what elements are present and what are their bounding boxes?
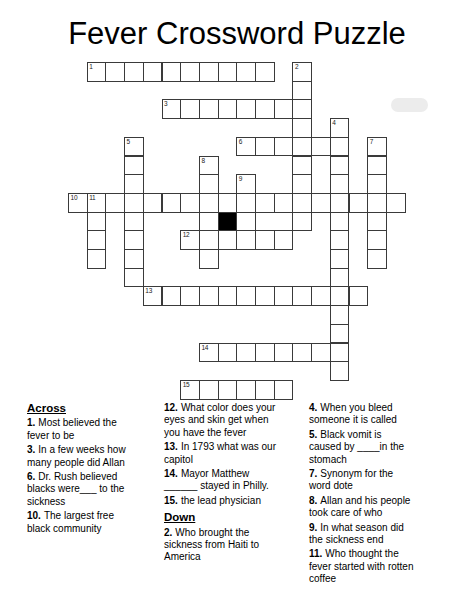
clue-4: 4.When you bleed someone it is called [309, 402, 415, 427]
grid-cell[interactable] [255, 99, 275, 119]
grid-cell[interactable] [311, 343, 331, 363]
clue-11: 11.Who thought the fever started with ro… [309, 548, 415, 585]
grid-cell[interactable] [367, 212, 387, 232]
clue-number: 1 [89, 63, 92, 71]
grid-cell[interactable]: 10 [68, 193, 88, 213]
clue-text: In 1793 what was our capitol [164, 441, 276, 464]
clue-text: Who brought the sickness from Haiti to A… [164, 527, 259, 563]
grid-cell[interactable]: 13 [143, 286, 163, 306]
grid-cell[interactable] [162, 62, 182, 82]
grid-cell[interactable] [236, 99, 256, 119]
grid-cell[interactable] [236, 212, 256, 232]
grid-cell[interactable] [124, 268, 144, 288]
grid-cell[interactable] [330, 249, 350, 269]
grid-cell[interactable] [199, 380, 219, 400]
clue-text: In what season did the sickness end [309, 522, 404, 545]
grid-cell[interactable] [199, 230, 219, 250]
grid-cell[interactable]: 14 [199, 343, 219, 363]
grid-cell[interactable] [218, 62, 238, 82]
grid-cell[interactable] [124, 156, 144, 176]
clue-text: When you bleed someone it is called [309, 402, 397, 425]
grid-cell[interactable]: 8 [199, 156, 219, 176]
grid-cell[interactable] [255, 230, 275, 250]
clue-number-label: 3. [27, 444, 35, 455]
grid-cell[interactable] [367, 174, 387, 194]
grid-cell[interactable] [292, 156, 312, 176]
grid-cell[interactable] [236, 230, 256, 250]
clue-14: 14.Mayor Matthew ______ stayed in Philly… [164, 468, 282, 493]
grid-cell[interactable] [218, 343, 238, 363]
grid-cell[interactable] [255, 193, 275, 213]
black-cell [218, 212, 238, 232]
clue-number-label: 5. [309, 429, 317, 440]
clue-3: 3.In a few weeks how many people did All… [27, 444, 135, 469]
grid-cell[interactable]: 4 [330, 118, 350, 138]
clue-column-middle: 12.What color does your eyes and skin ge… [164, 402, 282, 566]
grid-cell[interactable] [87, 212, 107, 232]
clue-text: What color does your eyes and skin get w… [164, 402, 275, 438]
grid-cell[interactable] [236, 62, 256, 82]
grid-cell[interactable] [180, 62, 200, 82]
clue-number-label: 12. [164, 402, 178, 413]
grid-cell[interactable] [330, 137, 350, 157]
grid-cell[interactable] [274, 99, 294, 119]
clue-12: 12.What color does your eyes and skin ge… [164, 402, 282, 439]
across-clue-list-continued: 12.What color does your eyes and skin ge… [164, 402, 282, 507]
grid-cell[interactable] [274, 380, 294, 400]
grid-cell[interactable] [274, 343, 294, 363]
grid-cell[interactable] [367, 230, 387, 250]
clue-text: Dr. Rush believed blacks were___ to the … [27, 471, 124, 507]
grid-cell[interactable] [292, 137, 312, 157]
grid-cell[interactable]: 9 [236, 174, 256, 194]
across-clue-list: 1.Most believed the fever to be3.In a fe… [27, 417, 135, 535]
grid-cell[interactable] [199, 286, 219, 306]
grid-cell[interactable] [274, 286, 294, 306]
grid-cell[interactable] [255, 343, 275, 363]
grid-cell[interactable] [311, 193, 331, 213]
clue-number-label: 10. [27, 510, 41, 521]
grid-cell[interactable] [105, 62, 125, 82]
clue-number: 3 [164, 100, 167, 108]
grid-cell[interactable] [330, 230, 350, 250]
clue-text: Black vomit is caused by ____in the stom… [309, 429, 404, 465]
grid-cell[interactable] [255, 137, 275, 157]
grid-cell[interactable] [330, 361, 350, 381]
grid-cell[interactable]: 11 [87, 193, 107, 213]
clue-9: 9.In what season did the sickness end [309, 522, 415, 547]
grid-cell[interactable] [274, 193, 294, 213]
page-title: Fever Crossword Puzzle [0, 16, 474, 52]
clue-number-label: 6. [27, 471, 35, 482]
grid-cell[interactable] [105, 193, 125, 213]
down-clue-list-continued: 4.When you bleed someone it is called5.B… [309, 402, 415, 586]
grid-cell[interactable] [330, 343, 350, 363]
clue-number: 9 [239, 175, 242, 183]
grid-cell[interactable] [180, 193, 200, 213]
crossword-grid: 123456789101112131415 [68, 62, 405, 399]
grid-cell[interactable] [124, 249, 144, 269]
grid-cell[interactable] [236, 193, 256, 213]
clue-number: 6 [239, 138, 242, 146]
grid-cell[interactable] [349, 286, 369, 306]
grid-cell[interactable] [330, 268, 350, 288]
grid-cell[interactable] [292, 212, 312, 232]
grid-cell[interactable] [124, 174, 144, 194]
grid-cell[interactable] [255, 62, 275, 82]
grid-cell[interactable]: 12 [180, 230, 200, 250]
grid-cell[interactable] [255, 286, 275, 306]
across-header: Across [27, 402, 135, 414]
clue-number-label: 14. [164, 468, 178, 479]
clue-number: 15 [183, 381, 190, 389]
clue-2: 2.Who brought the sickness from Haiti to… [164, 527, 282, 564]
grid-cell[interactable] [330, 193, 350, 213]
grid-cell[interactable]: 7 [367, 137, 387, 157]
grid-cell[interactable] [255, 380, 275, 400]
grid-cell[interactable] [180, 99, 200, 119]
clue-number-label: 2. [164, 527, 172, 538]
grid-cell[interactable]: 1 [87, 62, 107, 82]
clue-text: Most believed the fever to be [27, 417, 117, 440]
grid-cell[interactable] [311, 286, 331, 306]
grid-cell[interactable] [330, 305, 350, 325]
grid-cell[interactable] [292, 193, 312, 213]
clue-number: 10 [71, 194, 78, 202]
grid-cell[interactable] [236, 380, 256, 400]
grid-cell[interactable] [292, 174, 312, 194]
grid-cell[interactable] [199, 99, 219, 119]
grid-cell[interactable] [236, 286, 256, 306]
clue-13: 13.In 1793 what was our capitol [164, 441, 282, 466]
grid-cell[interactable] [330, 174, 350, 194]
clue-column-left: Across 1.Most believed the fever to be3.… [27, 402, 135, 537]
grid-cell[interactable] [124, 230, 144, 250]
grid-cell[interactable] [124, 212, 144, 232]
grid-cell[interactable]: 6 [236, 137, 256, 157]
grid-cell[interactable] [330, 212, 350, 232]
clue-10: 10.The largest free black community [27, 510, 135, 535]
grid-cell[interactable] [292, 286, 312, 306]
grid-cell[interactable] [87, 230, 107, 250]
clue-number: 14 [201, 344, 208, 352]
grid-cell[interactable] [367, 249, 387, 269]
grid-cell[interactable] [199, 193, 219, 213]
clue-text: Synonym for the word dote [309, 468, 393, 491]
clue-number: 2 [295, 63, 298, 71]
grid-cell[interactable]: 15 [180, 380, 200, 400]
grid-cell[interactable] [218, 193, 238, 213]
clue-number-label: 1. [27, 417, 35, 428]
grid-cell[interactable] [367, 156, 387, 176]
grid-cell[interactable] [218, 286, 238, 306]
grid-cell[interactable] [311, 137, 331, 157]
down-clue-list: 2.Who brought the sickness from Haiti to… [164, 527, 282, 564]
clue-text: In a few weeks how many people did Allan [27, 444, 126, 467]
clue-5: 5.Black vomit is caused by ____in the st… [309, 429, 415, 466]
clue-number-label: 7. [309, 468, 317, 479]
clue-7: 7.Synonym for the word dote [309, 468, 415, 493]
clue-number: 7 [370, 138, 373, 146]
clue-number: 8 [201, 157, 204, 165]
grid-cell[interactable] [330, 324, 350, 344]
down-header: Down [164, 511, 282, 523]
clue-number-label: 9. [309, 522, 317, 533]
grid-cell[interactable]: 3 [162, 99, 182, 119]
grid-cell[interactable] [143, 62, 163, 82]
clue-text: Allan and his people took care of who [309, 495, 410, 518]
grid-cell[interactable] [292, 343, 312, 363]
grid-cell[interactable] [124, 62, 144, 82]
grid-cell[interactable] [218, 380, 238, 400]
clue-number-label: 8. [309, 495, 317, 506]
clue-text: Who thought the fever started with rotte… [309, 548, 414, 584]
grid-cell[interactable] [349, 193, 369, 213]
clue-number-label: 15. [164, 495, 178, 506]
grid-cell[interactable] [87, 249, 107, 269]
grid-cell[interactable] [292, 118, 312, 138]
clue-column-right: 4.When you bleed someone it is called5.B… [309, 402, 415, 588]
clue-number: 11 [89, 194, 95, 202]
grid-cell[interactable] [162, 193, 182, 213]
grid-cell[interactable] [218, 230, 238, 250]
clue-1: 1.Most believed the fever to be [27, 417, 135, 442]
grid-cell[interactable] [180, 286, 200, 306]
grid-cell[interactable] [274, 230, 294, 250]
grid-cell[interactable] [330, 156, 350, 176]
clue-number-label: 11. [309, 548, 322, 559]
clue-number-label: 13. [164, 441, 178, 452]
grid-cell[interactable] [218, 99, 238, 119]
grid-cell[interactable] [330, 286, 350, 306]
grid-cell[interactable] [386, 193, 406, 213]
grid-cell[interactable] [292, 99, 312, 119]
clue-text: the lead physician [181, 495, 261, 506]
clue-number: 5 [127, 138, 130, 146]
grid-cell[interactable] [199, 174, 219, 194]
grid-cell[interactable] [199, 212, 219, 232]
clue-number: 13 [145, 287, 152, 295]
grid-cell[interactable] [162, 286, 182, 306]
clue-6: 6.Dr. Rush believed blacks were___ to th… [27, 471, 135, 508]
grid-cell[interactable]: 5 [124, 137, 144, 157]
clue-number: 4 [332, 119, 335, 127]
grid-cell[interactable]: 2 [292, 62, 312, 82]
clue-text: Mayor Matthew ______ stayed in Philly. [164, 468, 269, 491]
clue-number-label: 4. [309, 402, 317, 413]
grid-cell[interactable] [274, 137, 294, 157]
grid-cell[interactable] [367, 193, 387, 213]
clue-15: 15.the lead physician [164, 495, 282, 507]
grid-cell[interactable] [124, 193, 144, 213]
clue-8: 8.Allan and his people took care of who [309, 495, 415, 520]
floating-pill-artifact [391, 98, 428, 112]
clue-number: 12 [183, 231, 190, 239]
grid-cell[interactable] [143, 193, 163, 213]
grid-cell[interactable] [236, 343, 256, 363]
grid-cell[interactable] [199, 62, 219, 82]
grid-cell[interactable] [199, 249, 219, 269]
grid-cell[interactable] [292, 81, 312, 101]
